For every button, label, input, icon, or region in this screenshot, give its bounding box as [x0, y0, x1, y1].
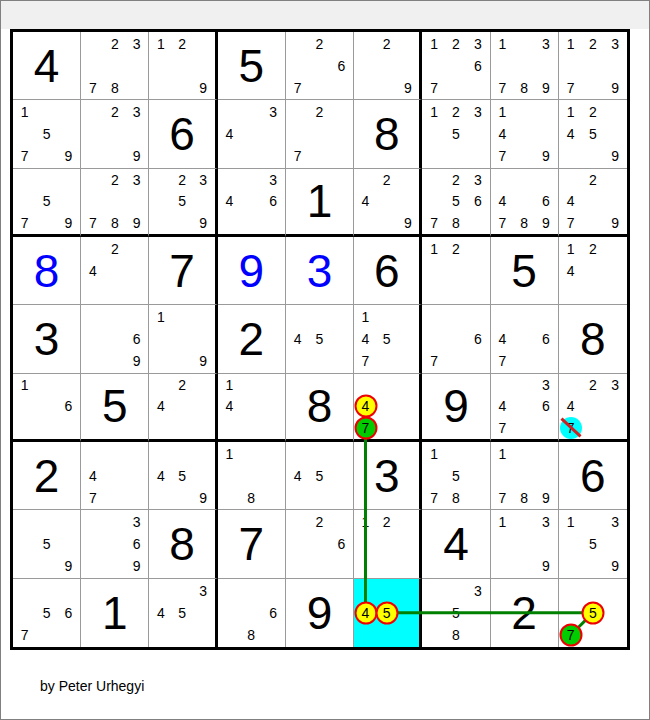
candidate-digit: 9 [400, 215, 416, 231]
cell-r8c9[interactable]: 1359 [559, 510, 627, 578]
cell-r6c8[interactable]: 3467 [491, 374, 559, 442]
candidate-digit: 5 [311, 331, 327, 347]
candidate-digit: 5 [174, 468, 190, 484]
candidate-digit: 1 [494, 104, 510, 120]
cell-r7c7[interactable]: 1578 [422, 442, 490, 510]
cell-r1c3[interactable]: 129 [149, 32, 217, 100]
candidate-digit: 3 [129, 172, 145, 188]
candidate-digit: 4 [153, 468, 169, 484]
solved-digit: 8 [580, 316, 606, 362]
cell-r2c8[interactable]: 1479 [491, 100, 559, 168]
solved-digit: 5 [511, 248, 537, 294]
solved-digit: 2 [34, 453, 60, 499]
chain-node-candidate: 5 [581, 601, 604, 624]
cell-r3c8[interactable]: 46789 [491, 169, 559, 237]
candidate-digit: 5 [585, 536, 601, 552]
solved-digit: 8 [374, 111, 400, 157]
candidate-digit: 7 [290, 80, 306, 96]
candidate-digit: 8 [516, 215, 532, 231]
cell-r8c7[interactable]: 4 [422, 510, 490, 578]
cell-r2c3[interactable]: 6 [149, 100, 217, 168]
chain-node-candidate: 4 [354, 395, 377, 418]
candidate-digit: 3 [129, 514, 145, 530]
candidate-digit: 8 [516, 490, 532, 506]
candidate-digit: 2 [107, 104, 123, 120]
candidate-digit: 2 [311, 514, 327, 530]
chain-node-candidate: 7 [354, 416, 377, 439]
candidate-digit: 4 [221, 193, 237, 209]
cell-r9c4[interactable]: 68 [218, 579, 286, 647]
cell-r5c6[interactable]: 1457 [354, 305, 422, 373]
cell-r9c8[interactable]: 2 [491, 579, 559, 647]
cell-r4c7[interactable]: 12 [422, 237, 490, 305]
candidate-digit: 1 [221, 377, 237, 393]
cell-r1c4[interactable]: 5 [218, 32, 286, 100]
candidate-digit: 6 [265, 193, 281, 209]
solved-digit: 2 [238, 316, 264, 362]
cell-r3c1[interactable]: 579 [13, 169, 81, 237]
candidate-digit: 1 [426, 241, 442, 257]
candidate-digit: 1 [563, 104, 579, 120]
solved-digit: 9 [307, 590, 333, 636]
chain-node-candidate: 4 [354, 601, 377, 624]
cell-r9c6[interactable]: 45 [354, 579, 422, 647]
eliminated-candidate: 7 [560, 417, 582, 439]
candidate-digit: 3 [607, 36, 623, 52]
candidate-digit: 4 [290, 331, 306, 347]
candidate-digit: 6 [265, 605, 281, 621]
candidate-digit: 1 [426, 36, 442, 52]
solved-digit: 5 [238, 43, 264, 89]
candidate-digit: 4 [563, 398, 579, 414]
candidate-digit: 4 [494, 398, 510, 414]
candidate-digit: 9 [60, 558, 76, 574]
candidate-digit: 5 [39, 193, 55, 209]
cell-r1c5[interactable]: 267 [286, 32, 354, 100]
cell-r3c2[interactable]: 23789 [81, 169, 149, 237]
candidate-digit: 7 [85, 490, 101, 506]
candidate-digit: 2 [174, 172, 190, 188]
candidate-digit: 6 [60, 398, 76, 414]
candidate-digit: 7 [85, 80, 101, 96]
candidate-digit: 4 [85, 263, 101, 279]
cell-r2c9[interactable]: 12459 [559, 100, 627, 168]
candidate-digit: 2 [311, 36, 327, 52]
cell-r7c9[interactable]: 6 [559, 442, 627, 510]
candidate-digit: 9 [538, 558, 554, 574]
cell-r2c6[interactable]: 8 [354, 100, 422, 168]
solved-digit: 1 [102, 590, 128, 636]
candidate-digit: 2 [585, 36, 601, 52]
cell-r5c4[interactable]: 2 [218, 305, 286, 373]
candidate-digit: 2 [174, 36, 190, 52]
candidate-digit: 6 [129, 536, 145, 552]
candidate-digit: 4 [494, 193, 510, 209]
candidate-digit: 1 [426, 446, 442, 462]
candidate-digit: 8 [243, 490, 259, 506]
cell-r5c7[interactable]: 67 [422, 305, 490, 373]
candidate-digit: 7 [494, 215, 510, 231]
candidate-digit: 3 [129, 104, 145, 120]
solved-digit-solver: 3 [307, 248, 333, 294]
candidate-digit: 4 [221, 126, 237, 142]
candidate-digit: 4 [290, 468, 306, 484]
solved-digit: 6 [169, 111, 195, 157]
candidate-digit: 7 [494, 148, 510, 164]
cell-r7c5[interactable]: 45 [286, 442, 354, 510]
candidate-digit: 7 [494, 490, 510, 506]
cell-r3c4[interactable]: 346 [218, 169, 286, 237]
cell-r4c4[interactable]: 9 [218, 237, 286, 305]
cell-r7c6[interactable]: 3 [354, 442, 422, 510]
cell-r6c1[interactable]: 16 [13, 374, 81, 442]
candidate-digit: 4 [153, 398, 169, 414]
candidate-digit: 8 [107, 215, 123, 231]
candidate-digit: 7 [358, 353, 374, 369]
cell-r4c2[interactable]: 24 [81, 237, 149, 305]
candidate-digit: 7 [426, 80, 442, 96]
window-top-strip [0, 0, 650, 29]
cell-r8c8[interactable]: 139 [491, 510, 559, 578]
candidate-digit: 7 [563, 80, 579, 96]
candidate-digit: 3 [195, 583, 211, 599]
solved-digit: 1 [307, 178, 333, 224]
candidate-digit: 5 [174, 193, 190, 209]
candidate-digit: 3 [470, 172, 486, 188]
candidate-digit: 9 [195, 353, 211, 369]
candidate-digit: 1 [358, 309, 374, 325]
candidate-digit: 4 [563, 263, 579, 279]
candidate-digit: 2 [379, 172, 395, 188]
cell-r2c2[interactable]: 239 [81, 100, 149, 168]
candidate-digit: 7 [85, 215, 101, 231]
candidate-digit: 3 [607, 377, 623, 393]
cell-r4c9[interactable]: 124 [559, 237, 627, 305]
candidate-digit: 2 [585, 172, 601, 188]
candidate-digit: 9 [538, 80, 554, 96]
candidate-digit: 8 [243, 627, 259, 643]
candidate-digit: 1 [494, 36, 510, 52]
cell-r4c6[interactable]: 6 [354, 237, 422, 305]
candidate-digit: 1 [221, 446, 237, 462]
cell-r7c4[interactable]: 18 [218, 442, 286, 510]
cell-r7c2[interactable]: 47 [81, 442, 149, 510]
candidate-digit: 2 [107, 172, 123, 188]
candidate-digit: 1 [563, 514, 579, 530]
candidate-digit: 5 [585, 126, 601, 142]
candidate-digit: 9 [538, 215, 554, 231]
candidate-digit: 5 [174, 605, 190, 621]
candidate-digit: 3 [195, 172, 211, 188]
candidate-digit: 6 [129, 331, 145, 347]
candidate-digit: 5 [39, 126, 55, 142]
candidate-digit: 6 [60, 605, 76, 621]
cell-r5c3[interactable]: 19 [149, 305, 217, 373]
cell-r1c2[interactable]: 2378 [81, 32, 149, 100]
candidate-digit: 8 [516, 80, 532, 96]
candidate-digit: 5 [379, 331, 395, 347]
candidate-digit: 9 [60, 215, 76, 231]
candidate-digit: 4 [358, 331, 374, 347]
cell-r8c5[interactable]: 26 [286, 510, 354, 578]
candidate-digit: 1 [426, 104, 442, 120]
cell-r8c4[interactable]: 7 [218, 510, 286, 578]
solved-digit: 4 [34, 43, 60, 89]
cell-r6c9[interactable]: 2347 [559, 374, 627, 442]
candidate-digit: 6 [538, 193, 554, 209]
candidate-digit: 9 [129, 353, 145, 369]
candidate-digit: 2 [174, 377, 190, 393]
solved-digit: 3 [34, 316, 60, 362]
chain-node-candidate: 7 [559, 624, 582, 647]
chain-node-candidate: 5 [375, 601, 398, 624]
cell-r7c1[interactable]: 2 [13, 442, 81, 510]
solved-digit: 7 [169, 248, 195, 294]
candidate-digit: 9 [607, 80, 623, 96]
candidate-digit: 8 [107, 80, 123, 96]
candidate-digit: 3 [538, 36, 554, 52]
candidate-digit: 9 [129, 148, 145, 164]
candidate-digit: 6 [470, 331, 486, 347]
cell-r6c7[interactable]: 9 [422, 374, 490, 442]
candidate-digit: 2 [448, 172, 464, 188]
solved-digit: 4 [443, 521, 469, 567]
candidate-digit: 3 [607, 514, 623, 530]
cell-r8c2[interactable]: 369 [81, 510, 149, 578]
cell-r5c2[interactable]: 69 [81, 305, 149, 373]
candidate-digit: 3 [470, 583, 486, 599]
solved-digit: 2 [511, 590, 537, 636]
solved-digit: 8 [307, 383, 333, 429]
cell-r5c5[interactable]: 45 [286, 305, 354, 373]
candidate-digit: 1 [494, 514, 510, 530]
cell-r2c1[interactable]: 1579 [13, 100, 81, 168]
cell-r6c5[interactable]: 8 [286, 374, 354, 442]
candidate-digit: 5 [311, 468, 327, 484]
candidate-digit: 6 [470, 58, 486, 74]
cell-r8c6[interactable]: 12 [354, 510, 422, 578]
candidate-digit: 3 [538, 514, 554, 530]
cell-r2c7[interactable]: 1235 [422, 100, 490, 168]
candidate-digit: 9 [607, 148, 623, 164]
candidate-digit: 2 [379, 36, 395, 52]
candidate-digit: 4 [85, 468, 101, 484]
candidate-digit: 5 [448, 126, 464, 142]
candidate-digit: 2 [107, 241, 123, 257]
candidate-digit: 2 [585, 241, 601, 257]
candidate-digit: 5 [448, 468, 464, 484]
candidate-digit: 1 [494, 446, 510, 462]
candidate-digit: 8 [448, 490, 464, 506]
candidate-digit: 2 [311, 104, 327, 120]
cell-r3c5[interactable]: 1 [286, 169, 354, 237]
cell-r3c3[interactable]: 2359 [149, 169, 217, 237]
candidate-digit: 3 [470, 104, 486, 120]
candidate-digit: 8 [448, 627, 464, 643]
cell-r2c4[interactable]: 34 [218, 100, 286, 168]
candidate-digit: 4 [563, 126, 579, 142]
candidate-digit: 4 [358, 193, 374, 209]
candidate-digit: 9 [129, 215, 145, 231]
candidate-digit: 1 [358, 514, 374, 530]
candidate-digit: 2 [107, 36, 123, 52]
candidate-digit: 9 [60, 148, 76, 164]
candidate-digit: 9 [129, 558, 145, 574]
candidate-digit: 7 [494, 80, 510, 96]
candidate-digit: 6 [470, 193, 486, 209]
cell-r5c9[interactable]: 8 [559, 305, 627, 373]
cell-r4c3[interactable]: 7 [149, 237, 217, 305]
candidate-digit: 3 [265, 172, 281, 188]
solved-digit-solver: 9 [238, 248, 264, 294]
candidate-digit: 3 [538, 377, 554, 393]
solved-digit: 5 [102, 383, 128, 429]
candidate-digit: 3 [470, 36, 486, 52]
cell-r7c8[interactable]: 1789 [491, 442, 559, 510]
cell-r7c3[interactable]: 459 [149, 442, 217, 510]
candidate-digit: 1 [153, 36, 169, 52]
candidate-digit: 7 [17, 148, 33, 164]
candidate-digit: 4 [563, 193, 579, 209]
author-caption: by Peter Urhegyi [40, 678, 144, 694]
candidate-digit: 2 [379, 514, 395, 530]
candidate-digit: 2 [448, 36, 464, 52]
solved-digit: 9 [443, 383, 469, 429]
cell-r1c8[interactable]: 13789 [491, 32, 559, 100]
candidate-digit: 9 [607, 215, 623, 231]
candidate-digit: 1 [17, 377, 33, 393]
solved-digit: 6 [580, 453, 606, 499]
candidate-digit: 7 [426, 215, 442, 231]
candidate-digit: 1 [563, 241, 579, 257]
candidate-digit: 2 [448, 241, 464, 257]
candidate-digit: 9 [195, 215, 211, 231]
candidate-digit: 7 [17, 215, 33, 231]
cell-r4c5[interactable]: 3 [286, 237, 354, 305]
candidate-digit: 6 [538, 398, 554, 414]
solved-digit: 3 [374, 453, 400, 499]
cell-r6c4[interactable]: 14 [218, 374, 286, 442]
candidate-digit: 5 [39, 605, 55, 621]
cell-r5c8[interactable]: 467 [491, 305, 559, 373]
candidate-digit: 3 [265, 104, 281, 120]
candidate-digit: 1 [17, 104, 33, 120]
cell-r9c5[interactable]: 9 [286, 579, 354, 647]
candidate-digit: 9 [195, 80, 211, 96]
candidate-digit: 7 [563, 215, 579, 231]
solved-digit: 6 [374, 248, 400, 294]
candidate-digit: 7 [494, 420, 510, 436]
candidate-digit: 2 [585, 104, 601, 120]
candidate-digit: 4 [494, 126, 510, 142]
cell-r9c2[interactable]: 1 [81, 579, 149, 647]
cell-r1c9[interactable]: 12379 [559, 32, 627, 100]
candidate-digit: 2 [448, 104, 464, 120]
cell-r4c1[interactable]: 8 [13, 237, 81, 305]
candidate-digit: 1 [563, 36, 579, 52]
candidate-digit: 6 [333, 536, 349, 552]
candidate-digit: 8 [448, 215, 464, 231]
candidate-digit: 5 [448, 605, 464, 621]
candidate-digit: 7 [17, 627, 33, 643]
solved-digit: 7 [238, 521, 264, 567]
candidate-digit: 7 [426, 490, 442, 506]
cell-r3c7[interactable]: 235678 [422, 169, 490, 237]
cell-r9c1[interactable]: 567 [13, 579, 81, 647]
cell-r9c3[interactable]: 345 [149, 579, 217, 647]
candidate-digit: 6 [333, 58, 349, 74]
cell-r6c2[interactable]: 5 [81, 374, 149, 442]
cell-r1c6[interactable]: 29 [354, 32, 422, 100]
candidate-digit: 7 [426, 353, 442, 369]
cell-r1c1[interactable]: 4 [13, 32, 81, 100]
candidate-digit: 4 [221, 398, 237, 414]
cell-r3c9[interactable]: 2479 [559, 169, 627, 237]
cell-r5c1[interactable]: 3 [13, 305, 81, 373]
candidate-digit: 5 [39, 536, 55, 552]
solved-digit-solver: 8 [34, 248, 60, 294]
cell-r8c1[interactable]: 59 [13, 510, 81, 578]
candidate-digit: 5 [448, 193, 464, 209]
cell-r1c7[interactable]: 12367 [422, 32, 490, 100]
candidate-digit: 4 [153, 605, 169, 621]
solved-digit: 8 [169, 521, 195, 567]
cell-r6c3[interactable]: 24 [149, 374, 217, 442]
candidate-digit: 4 [494, 331, 510, 347]
cell-r9c9[interactable]: 57 [559, 579, 627, 647]
candidate-digit: 7 [290, 148, 306, 164]
candidate-digit: 9 [538, 148, 554, 164]
cell-r2c5[interactable]: 27 [286, 100, 354, 168]
candidate-digit: 7 [494, 353, 510, 369]
cell-r3c6[interactable]: 249 [354, 169, 422, 237]
cell-r4c8[interactable]: 5 [491, 237, 559, 305]
cell-r8c3[interactable]: 8 [149, 510, 217, 578]
candidate-digit: 2 [585, 377, 601, 393]
cell-r9c7[interactable]: 358 [422, 579, 490, 647]
candidate-digit: 6 [538, 331, 554, 347]
cell-r6c6[interactable]: 47 [354, 374, 422, 442]
candidate-digit: 1 [153, 309, 169, 325]
sudoku-board: 4237812952672912367137891237915792396342… [10, 29, 630, 650]
candidate-digit: 9 [400, 80, 416, 96]
candidate-digit: 9 [195, 490, 211, 506]
candidate-digit: 9 [607, 558, 623, 574]
candidate-digit: 3 [129, 36, 145, 52]
candidate-digit: 9 [538, 490, 554, 506]
